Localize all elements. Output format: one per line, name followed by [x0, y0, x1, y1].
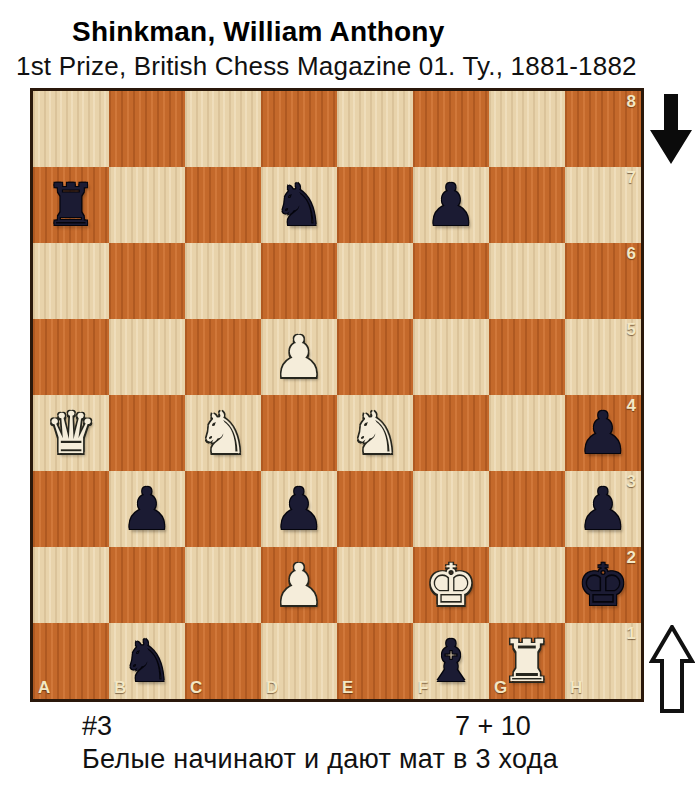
square-f6[interactable]: [413, 243, 489, 319]
black-to-move-arrow-icon: [649, 94, 693, 164]
composer-title: Shinkman, William Anthony: [72, 16, 444, 48]
piece-black-pawn-h3[interactable]: ♟: [577, 480, 629, 538]
file-label-B: B: [114, 678, 126, 698]
piece-black-knight-b1[interactable]: ♞: [121, 632, 173, 690]
square-d1[interactable]: D: [261, 623, 337, 699]
square-e1[interactable]: E: [337, 623, 413, 699]
board-grid: 8♜♞♟76♟5♛♞♞4♟♟♟3♟♟♚2♚AB♞CDEF♝G♜1H: [33, 91, 641, 699]
instruction-label: Белые начинают и дают мат в 3 хода: [82, 744, 558, 775]
piece-white-knight-c4[interactable]: ♞: [197, 404, 249, 462]
square-b2[interactable]: [109, 547, 185, 623]
square-h1[interactable]: 1H: [565, 623, 641, 699]
rank-label-1: 1: [627, 624, 636, 644]
square-d5[interactable]: ♟: [261, 319, 337, 395]
square-a7[interactable]: ♜: [33, 167, 109, 243]
piece-white-knight-e4[interactable]: ♞: [349, 404, 401, 462]
square-g3[interactable]: [489, 471, 565, 547]
piece-black-pawn-h4[interactable]: ♟: [577, 404, 629, 462]
square-e7[interactable]: [337, 167, 413, 243]
square-g4[interactable]: [489, 395, 565, 471]
piece-black-rook-a7[interactable]: ♜: [45, 176, 97, 234]
square-c2[interactable]: [185, 547, 261, 623]
square-e4[interactable]: ♞: [337, 395, 413, 471]
square-g2[interactable]: [489, 547, 565, 623]
square-c3[interactable]: [185, 471, 261, 547]
square-e2[interactable]: [337, 547, 413, 623]
square-f8[interactable]: [413, 91, 489, 167]
piece-white-pawn-d2[interactable]: ♟: [273, 556, 325, 614]
piece-black-pawn-d3[interactable]: ♟: [273, 480, 325, 538]
square-h2[interactable]: 2♚: [565, 547, 641, 623]
square-f5[interactable]: [413, 319, 489, 395]
square-h4[interactable]: 4♟: [565, 395, 641, 471]
stipulation-label: #3: [82, 711, 112, 742]
square-b6[interactable]: [109, 243, 185, 319]
square-d8[interactable]: [261, 91, 337, 167]
square-a4[interactable]: ♛: [33, 395, 109, 471]
square-g1[interactable]: G♜: [489, 623, 565, 699]
chess-board: 8♜♞♟76♟5♛♞♞4♟♟♟3♟♟♚2♚AB♞CDEF♝G♜1H: [30, 88, 644, 702]
square-h7[interactable]: 7: [565, 167, 641, 243]
square-a5[interactable]: [33, 319, 109, 395]
file-label-F: F: [418, 678, 428, 698]
square-a3[interactable]: [33, 471, 109, 547]
square-b8[interactable]: [109, 91, 185, 167]
white-to-move-arrow-icon: [649, 625, 695, 713]
square-h8[interactable]: 8: [565, 91, 641, 167]
square-b3[interactable]: ♟: [109, 471, 185, 547]
file-label-G: G: [494, 678, 507, 698]
square-a6[interactable]: [33, 243, 109, 319]
square-d2[interactable]: ♟: [261, 547, 337, 623]
square-a1[interactable]: A: [33, 623, 109, 699]
square-h6[interactable]: 6: [565, 243, 641, 319]
file-label-E: E: [342, 678, 353, 698]
piece-white-king-f2[interactable]: ♚: [425, 556, 477, 614]
piece-white-rook-g1[interactable]: ♜: [501, 632, 553, 690]
square-d7[interactable]: ♞: [261, 167, 337, 243]
square-e8[interactable]: [337, 91, 413, 167]
square-g7[interactable]: [489, 167, 565, 243]
piece-black-pawn-b3[interactable]: ♟: [121, 480, 173, 538]
square-d6[interactable]: [261, 243, 337, 319]
square-c1[interactable]: C: [185, 623, 261, 699]
square-f4[interactable]: [413, 395, 489, 471]
file-label-D: D: [266, 678, 278, 698]
rank-label-2: 2: [627, 548, 636, 568]
square-c4[interactable]: ♞: [185, 395, 261, 471]
piece-white-pawn-d5[interactable]: ♟: [273, 328, 325, 386]
square-h5[interactable]: 5: [565, 319, 641, 395]
file-label-C: C: [190, 678, 202, 698]
rank-label-6: 6: [627, 244, 636, 264]
square-e3[interactable]: [337, 471, 413, 547]
piece-count-label: 7 + 10: [455, 711, 531, 742]
rank-label-7: 7: [627, 168, 636, 188]
piece-black-knight-d7[interactable]: ♞: [273, 176, 325, 234]
square-g8[interactable]: [489, 91, 565, 167]
file-label-A: A: [38, 678, 50, 698]
file-label-H: H: [570, 678, 582, 698]
square-a2[interactable]: [33, 547, 109, 623]
square-b5[interactable]: [109, 319, 185, 395]
square-d4[interactable]: [261, 395, 337, 471]
source-subtitle: 1st Prize, British Chess Magazine 01. Ty…: [16, 51, 637, 82]
piece-black-king-h2[interactable]: ♚: [577, 556, 629, 614]
square-b7[interactable]: [109, 167, 185, 243]
square-c6[interactable]: [185, 243, 261, 319]
rank-label-4: 4: [627, 396, 636, 416]
square-g6[interactable]: [489, 243, 565, 319]
square-c5[interactable]: [185, 319, 261, 395]
square-c7[interactable]: [185, 167, 261, 243]
piece-black-pawn-f7[interactable]: ♟: [425, 176, 477, 234]
square-d3[interactable]: ♟: [261, 471, 337, 547]
square-f2[interactable]: ♚: [413, 547, 489, 623]
square-f1[interactable]: F♝: [413, 623, 489, 699]
square-f7[interactable]: ♟: [413, 167, 489, 243]
rank-label-8: 8: [627, 92, 636, 112]
square-c8[interactable]: [185, 91, 261, 167]
square-f3[interactable]: [413, 471, 489, 547]
piece-black-bishop-f1[interactable]: ♝: [425, 632, 477, 690]
rank-label-3: 3: [627, 472, 636, 492]
square-e5[interactable]: [337, 319, 413, 395]
square-b4[interactable]: [109, 395, 185, 471]
rank-label-5: 5: [627, 320, 636, 340]
square-h3[interactable]: 3♟: [565, 471, 641, 547]
piece-white-queen-a4[interactable]: ♛: [45, 404, 97, 462]
square-a8[interactable]: [33, 91, 109, 167]
square-b1[interactable]: B♞: [109, 623, 185, 699]
page: Shinkman, William Anthony 1st Prize, Bri…: [0, 0, 700, 786]
square-e6[interactable]: [337, 243, 413, 319]
square-g5[interactable]: [489, 319, 565, 395]
